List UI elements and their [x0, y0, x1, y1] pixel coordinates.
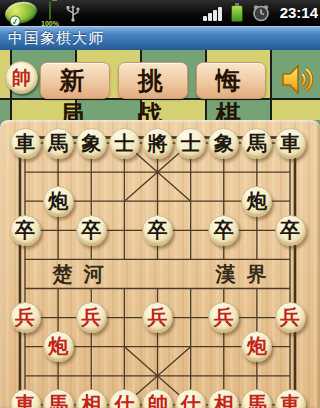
river-label-left: 楚河: [42, 261, 115, 288]
piece-red-r6c0[interactable]: 兵: [10, 302, 41, 333]
piece-black-r3c2[interactable]: 卒: [76, 215, 107, 246]
speaker-icon[interactable]: [280, 63, 318, 96]
piece-red-r9c8[interactable]: 車: [275, 389, 306, 408]
app-title: 中国象棋大师: [0, 27, 320, 49]
undo-move-button[interactable]: 悔棋: [196, 62, 266, 99]
signal-bars-icon: [203, 6, 227, 21]
mini-battery-icon: [49, 1, 51, 20]
piece-black-r3c0[interactable]: 卒: [10, 215, 41, 246]
piece-black-r0c3[interactable]: 士: [109, 128, 140, 159]
battery-icon: [231, 5, 243, 22]
piece-black-r0c5[interactable]: 士: [175, 128, 206, 159]
security-check-icon: ✓: [3, 0, 39, 26]
red-general-turn-badge: 帥: [5, 61, 38, 94]
piece-black-r3c4[interactable]: 卒: [142, 215, 173, 246]
piece-black-r3c6[interactable]: 卒: [208, 215, 239, 246]
piece-red-r7c1[interactable]: 炮: [43, 331, 74, 362]
piece-black-r0c0[interactable]: 車: [10, 128, 41, 159]
piece-black-r0c4[interactable]: 將: [142, 128, 173, 159]
piece-red-r9c0[interactable]: 車: [10, 389, 41, 408]
piece-black-r2c1[interactable]: 炮: [43, 186, 74, 217]
piece-black-r0c1[interactable]: 馬: [43, 128, 74, 159]
app-screen: ✓ 100% 23:14 中国象棋大师: [0, 0, 320, 408]
piece-red-r6c2[interactable]: 兵: [76, 302, 107, 333]
piece-black-r0c6[interactable]: 象: [208, 128, 239, 159]
piece-red-r9c1[interactable]: 馬: [43, 389, 74, 408]
alarm-clock-icon: [252, 4, 270, 22]
river-label-right: 漢界: [205, 261, 278, 288]
new-game-button[interactable]: 新局: [40, 62, 110, 99]
toolbar: 帥 新局 挑战 悔棋: [0, 50, 320, 120]
xiangqi-board[interactable]: 楚河 漢界 車馬象士將士象馬車炮炮卒卒卒卒卒兵兵兵兵兵炮炮車馬相仕帥仕相馬車: [0, 120, 320, 408]
piece-red-r6c8[interactable]: 兵: [275, 302, 306, 333]
title-bar: 中国象棋大师: [0, 26, 320, 50]
usb-icon: [66, 3, 80, 22]
piece-black-r3c8[interactable]: 卒: [275, 215, 306, 246]
piece-black-r0c2[interactable]: 象: [76, 128, 107, 159]
piece-black-r0c8[interactable]: 車: [275, 128, 306, 159]
mini-battery-indicator: 100%: [40, 2, 60, 24]
clock-time: 23:14: [274, 0, 320, 26]
status-bar: ✓ 100% 23:14: [0, 0, 320, 26]
piece-black-r0c7[interactable]: 馬: [241, 128, 272, 159]
piece-red-r6c4[interactable]: 兵: [142, 302, 173, 333]
challenge-button[interactable]: 挑战: [118, 62, 188, 99]
piece-black-r2c7[interactable]: 炮: [241, 186, 272, 217]
